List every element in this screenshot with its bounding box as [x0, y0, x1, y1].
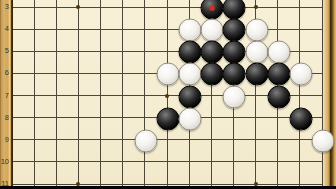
black-stone	[201, 0, 224, 20]
star-point	[254, 5, 258, 9]
grid-line-horizontal	[12, 139, 322, 140]
white-stone	[201, 19, 224, 42]
white-stone	[179, 19, 202, 42]
row-label-7: 7	[0, 91, 9, 101]
black-stone	[289, 107, 312, 130]
white-stone	[179, 107, 202, 130]
black-stone	[223, 0, 246, 20]
board-right-frame	[323, 0, 336, 189]
black-stone	[201, 41, 224, 64]
gomoku-board-screenshot: 34567891011	[0, 0, 336, 189]
row-label-3: 3	[0, 2, 9, 12]
white-stone	[312, 129, 335, 152]
black-stone	[223, 63, 246, 86]
white-stone	[179, 63, 202, 86]
row-label-6: 6	[0, 68, 9, 78]
white-stone	[134, 129, 157, 152]
black-stone	[201, 63, 224, 86]
grid-line-horizontal	[12, 29, 322, 30]
row-label-10: 10	[0, 157, 9, 167]
black-stone	[157, 107, 180, 130]
star-point	[165, 94, 169, 98]
row-label-4: 4	[0, 24, 9, 34]
star-point	[76, 5, 80, 9]
white-stone	[289, 63, 312, 86]
last-move-marker	[210, 5, 216, 11]
row-label-5: 5	[0, 46, 9, 56]
grid-line-horizontal	[12, 7, 322, 8]
row-label-8: 8	[0, 113, 9, 123]
grid-line-horizontal	[12, 184, 322, 185]
white-stone	[267, 41, 290, 64]
black-stone	[245, 63, 268, 86]
black-stone	[179, 41, 202, 64]
grid-line-horizontal	[12, 161, 322, 162]
white-stone	[245, 19, 268, 42]
black-stone	[179, 85, 202, 108]
black-stone	[223, 19, 246, 42]
black-stone	[267, 63, 290, 86]
white-stone	[157, 63, 180, 86]
row-label-9: 9	[0, 135, 9, 145]
white-stone	[245, 41, 268, 64]
black-stone	[223, 41, 246, 64]
letterbox-bar	[0, 186, 336, 189]
black-stone	[267, 85, 290, 108]
white-stone	[223, 85, 246, 108]
